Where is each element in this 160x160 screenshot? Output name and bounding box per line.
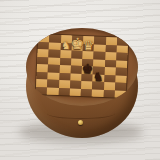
box-lid: ♞♚♛♚♞: [26, 28, 138, 106]
square-c1[interactable]: [58, 87, 70, 95]
chess-box-photo: ♞♚♛♚♞: [0, 0, 160, 160]
square-f1[interactable]: [92, 89, 104, 97]
chess-board: ♞♚♛♚♞: [36, 34, 129, 98]
drawer-knob: [78, 120, 83, 125]
square-e1[interactable]: [81, 88, 93, 96]
square-g1[interactable]: [103, 89, 115, 97]
square-b1[interactable]: [47, 87, 59, 95]
square-d1[interactable]: [69, 88, 81, 96]
drawer-seam: [47, 108, 115, 119]
